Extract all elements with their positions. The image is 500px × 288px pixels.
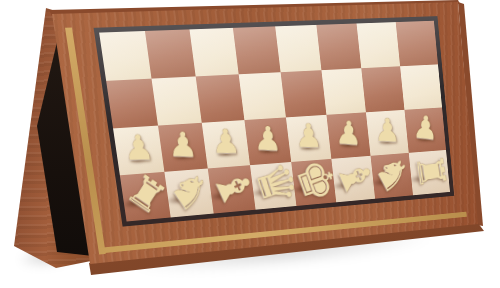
board-square-a4 [99,31,151,81]
board-square-b4 [145,29,196,78]
board-square-f4 [316,23,361,70]
board-square-a3 [106,79,158,129]
board-square-h4 [396,21,438,67]
board-square-e2 [286,115,331,162]
board-square-d4 [233,26,281,74]
board-square-f2 [326,112,370,159]
board-square-f3 [321,68,365,115]
board-square-g3 [361,66,404,112]
board-square-h2 [404,107,446,152]
board-square-g4 [357,22,401,68]
board-square-d3 [239,72,286,120]
checker-grid [99,21,450,222]
product-photo: ♟♟♟♟♟♟♟♟♜♞♝♛♚♝♞♜ [0,0,500,288]
board-square-d1 [250,162,296,210]
board-square-b2 [158,123,208,172]
board-square-c2 [202,120,250,168]
board-square-e1 [291,159,336,206]
board-square-h1 [409,150,450,195]
board-square-g2 [366,110,409,156]
board-square-b1 [164,168,213,217]
board-square-d2 [244,117,291,165]
board-square-b3 [151,76,201,125]
board-square-f1 [331,156,375,202]
board-square-e4 [275,25,321,72]
board-square-a2 [113,126,164,176]
board-square-c4 [189,28,238,77]
board-square-a1 [120,172,171,222]
board-square-g1 [371,153,413,199]
board-square-h3 [400,64,442,109]
board-square-e3 [281,70,327,117]
chess-board-face: ♟♟♟♟♟♟♟♟♜♞♝♛♚♝♞♜ [52,2,478,264]
board-square-c3 [196,74,245,122]
board-square-c1 [208,165,256,213]
